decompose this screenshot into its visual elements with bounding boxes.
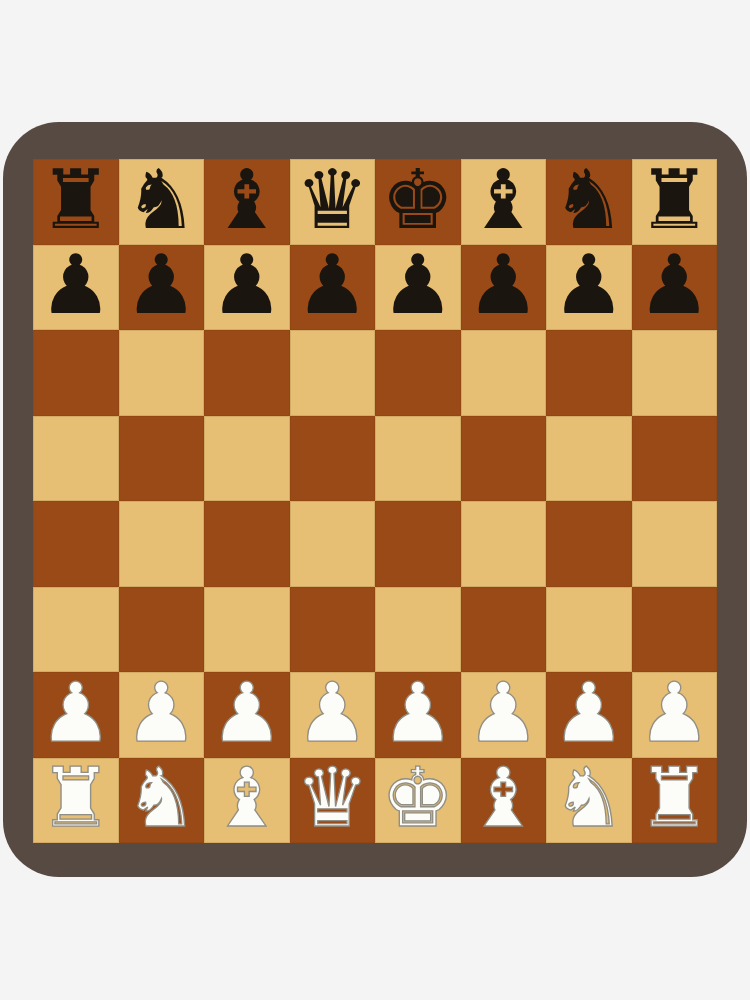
square-g8[interactable]: ♞ <box>546 159 632 245</box>
black-knight[interactable]: ♞ <box>124 159 198 241</box>
black-pawn[interactable]: ♟ <box>39 245 113 327</box>
square-h2[interactable]: ♟ <box>632 672 718 758</box>
square-f1[interactable]: ♝ <box>461 758 547 844</box>
square-e2[interactable]: ♟ <box>375 672 461 758</box>
white-pawn[interactable]: ♟ <box>295 672 369 754</box>
chess-board: ♜♞♝♛♚♝♞♜♟♟♟♟♟♟♟♟♟♟♟♟♟♟♟♟♜♞♝♛♚♝♞♜ <box>33 159 717 843</box>
black-queen[interactable]: ♛ <box>295 159 369 241</box>
page-background: ♜♞♝♛♚♝♞♜♟♟♟♟♟♟♟♟♟♟♟♟♟♟♟♟♜♞♝♛♚♝♞♜ <box>0 0 750 1000</box>
square-b2[interactable]: ♟ <box>119 672 205 758</box>
square-d3[interactable] <box>290 587 376 673</box>
square-b8[interactable]: ♞ <box>119 159 205 245</box>
square-e4[interactable] <box>375 501 461 587</box>
white-bishop[interactable]: ♝ <box>466 758 540 840</box>
white-pawn[interactable]: ♟ <box>39 672 113 754</box>
square-g5[interactable] <box>546 416 632 502</box>
square-g4[interactable] <box>546 501 632 587</box>
white-knight[interactable]: ♞ <box>552 758 626 840</box>
square-f4[interactable] <box>461 501 547 587</box>
white-pawn[interactable]: ♟ <box>637 672 711 754</box>
square-d8[interactable]: ♛ <box>290 159 376 245</box>
square-e8[interactable]: ♚ <box>375 159 461 245</box>
square-d4[interactable] <box>290 501 376 587</box>
square-g6[interactable] <box>546 330 632 416</box>
square-b3[interactable] <box>119 587 205 673</box>
black-pawn[interactable]: ♟ <box>295 245 369 327</box>
square-c6[interactable] <box>204 330 290 416</box>
square-d5[interactable] <box>290 416 376 502</box>
white-king[interactable]: ♚ <box>381 758 455 840</box>
square-f5[interactable] <box>461 416 547 502</box>
square-h8[interactable]: ♜ <box>632 159 718 245</box>
square-a7[interactable]: ♟ <box>33 245 119 331</box>
black-king[interactable]: ♚ <box>381 159 455 241</box>
black-bishop[interactable]: ♝ <box>210 159 284 241</box>
square-c1[interactable]: ♝ <box>204 758 290 844</box>
square-h1[interactable]: ♜ <box>632 758 718 844</box>
white-pawn[interactable]: ♟ <box>381 672 455 754</box>
white-bishop[interactable]: ♝ <box>210 758 284 840</box>
white-pawn[interactable]: ♟ <box>552 672 626 754</box>
square-e7[interactable]: ♟ <box>375 245 461 331</box>
white-queen[interactable]: ♛ <box>295 758 369 840</box>
square-c8[interactable]: ♝ <box>204 159 290 245</box>
black-bishop[interactable]: ♝ <box>466 159 540 241</box>
square-h5[interactable] <box>632 416 718 502</box>
square-c5[interactable] <box>204 416 290 502</box>
square-g2[interactable]: ♟ <box>546 672 632 758</box>
square-h6[interactable] <box>632 330 718 416</box>
square-e5[interactable] <box>375 416 461 502</box>
black-rook[interactable]: ♜ <box>39 159 113 241</box>
square-d2[interactable]: ♟ <box>290 672 376 758</box>
square-b4[interactable] <box>119 501 205 587</box>
white-pawn[interactable]: ♟ <box>466 672 540 754</box>
square-d1[interactable]: ♛ <box>290 758 376 844</box>
black-pawn[interactable]: ♟ <box>552 245 626 327</box>
square-f3[interactable] <box>461 587 547 673</box>
square-f8[interactable]: ♝ <box>461 159 547 245</box>
white-rook[interactable]: ♜ <box>39 758 113 840</box>
black-pawn[interactable]: ♟ <box>466 245 540 327</box>
square-c4[interactable] <box>204 501 290 587</box>
chess-sticker-frame: ♜♞♝♛♚♝♞♜♟♟♟♟♟♟♟♟♟♟♟♟♟♟♟♟♜♞♝♛♚♝♞♜ <box>3 122 747 877</box>
black-knight[interactable]: ♞ <box>552 159 626 241</box>
square-c2[interactable]: ♟ <box>204 672 290 758</box>
square-b5[interactable] <box>119 416 205 502</box>
square-g1[interactable]: ♞ <box>546 758 632 844</box>
square-h4[interactable] <box>632 501 718 587</box>
black-rook[interactable]: ♜ <box>637 159 711 241</box>
square-a1[interactable]: ♜ <box>33 758 119 844</box>
square-e3[interactable] <box>375 587 461 673</box>
square-g7[interactable]: ♟ <box>546 245 632 331</box>
square-e6[interactable] <box>375 330 461 416</box>
square-f2[interactable]: ♟ <box>461 672 547 758</box>
square-f6[interactable] <box>461 330 547 416</box>
square-c3[interactable] <box>204 587 290 673</box>
square-a2[interactable]: ♟ <box>33 672 119 758</box>
square-h7[interactable]: ♟ <box>632 245 718 331</box>
black-pawn[interactable]: ♟ <box>210 245 284 327</box>
square-e1[interactable]: ♚ <box>375 758 461 844</box>
square-d7[interactable]: ♟ <box>290 245 376 331</box>
square-f7[interactable]: ♟ <box>461 245 547 331</box>
square-b7[interactable]: ♟ <box>119 245 205 331</box>
square-d6[interactable] <box>290 330 376 416</box>
black-pawn[interactable]: ♟ <box>381 245 455 327</box>
square-a4[interactable] <box>33 501 119 587</box>
white-rook[interactable]: ♜ <box>637 758 711 840</box>
black-pawn[interactable]: ♟ <box>124 245 198 327</box>
white-pawn[interactable]: ♟ <box>124 672 198 754</box>
black-pawn[interactable]: ♟ <box>637 245 711 327</box>
square-a6[interactable] <box>33 330 119 416</box>
square-g3[interactable] <box>546 587 632 673</box>
square-h3[interactable] <box>632 587 718 673</box>
white-pawn[interactable]: ♟ <box>210 672 284 754</box>
square-a3[interactable] <box>33 587 119 673</box>
square-a5[interactable] <box>33 416 119 502</box>
white-knight[interactable]: ♞ <box>124 758 198 840</box>
square-b1[interactable]: ♞ <box>119 758 205 844</box>
square-c7[interactable]: ♟ <box>204 245 290 331</box>
square-b6[interactable] <box>119 330 205 416</box>
square-a8[interactable]: ♜ <box>33 159 119 245</box>
